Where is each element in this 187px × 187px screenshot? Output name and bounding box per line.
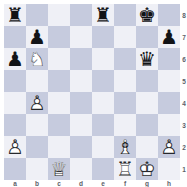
black-king[interactable]: ♚ [136,4,158,26]
square-g8[interactable]: ♚ [136,4,158,26]
square-c8[interactable] [48,4,70,26]
square-a3[interactable] [4,114,26,136]
square-d4[interactable] [70,92,92,114]
square-b2[interactable] [26,136,48,158]
rank-label-3: 3 [181,114,187,136]
square-g4[interactable] [136,92,158,114]
black-pawn-glyph: ♟ [4,48,26,70]
square-f2[interactable]: ♝♗ [114,136,136,158]
square-f4[interactable] [114,92,136,114]
square-f3[interactable] [114,114,136,136]
square-h7[interactable]: ♟ [158,26,180,48]
square-h3[interactable] [158,114,180,136]
rank-label-8: 8 [181,4,187,26]
square-b6[interactable]: ♞♘ [26,48,48,70]
white-knight-outline: ♘ [26,48,48,70]
square-a5[interactable] [4,70,26,92]
square-g5[interactable] [136,70,158,92]
square-c2[interactable] [48,136,70,158]
white-pawn[interactable]: ♟♙ [4,136,26,158]
square-g2[interactable] [136,136,158,158]
square-d7[interactable] [70,26,92,48]
black-queen[interactable]: ♛ [136,48,158,70]
square-d1[interactable] [70,158,92,180]
file-label-f: f [114,180,136,187]
white-knight[interactable]: ♞♘ [26,48,48,70]
square-b3[interactable] [26,114,48,136]
chessboard: ♜♜♚♟♟♟♞♘♛♟♙♟♙♝♗♟♙♛♕♜♖♚♔ [4,4,180,180]
square-h8[interactable] [158,4,180,26]
square-e1[interactable] [92,158,114,180]
square-h4[interactable] [158,92,180,114]
square-g6[interactable]: ♛ [136,48,158,70]
rank-label-6: 6 [181,48,187,70]
file-label-b: b [26,180,48,187]
square-b7[interactable]: ♟ [26,26,48,48]
file-label-g: g [136,180,158,187]
black-pawn[interactable]: ♟ [158,26,180,48]
rank-label-5: 5 [181,70,187,92]
white-rook-outline: ♖ [114,158,136,180]
black-rook[interactable]: ♜ [4,4,26,26]
square-a7[interactable] [4,26,26,48]
square-f7[interactable] [114,26,136,48]
square-d8[interactable] [70,4,92,26]
rank-label-7: 7 [181,26,187,48]
square-c1[interactable]: ♛♕ [48,158,70,180]
square-h1[interactable] [158,158,180,180]
rank-label-2: 2 [181,136,187,158]
black-rook[interactable]: ♜ [92,4,114,26]
black-pawn[interactable]: ♟ [4,48,26,70]
square-d3[interactable] [70,114,92,136]
square-f5[interactable] [114,70,136,92]
square-e2[interactable] [92,136,114,158]
file-label-c: c [48,180,70,187]
square-e5[interactable] [92,70,114,92]
file-label-d: d [70,180,92,187]
white-bishop-outline: ♗ [114,136,136,158]
square-a8[interactable]: ♜ [4,4,26,26]
square-h6[interactable] [158,48,180,70]
square-h5[interactable] [158,70,180,92]
square-d5[interactable] [70,70,92,92]
square-e4[interactable] [92,92,114,114]
square-a4[interactable] [4,92,26,114]
black-rook-glyph: ♜ [4,4,26,26]
square-c7[interactable] [48,26,70,48]
square-g3[interactable] [136,114,158,136]
square-b8[interactable] [26,4,48,26]
file-label-h: h [158,180,180,187]
square-e8[interactable]: ♜ [92,4,114,26]
square-h2[interactable]: ♟♙ [158,136,180,158]
square-c3[interactable] [48,114,70,136]
square-a1[interactable] [4,158,26,180]
square-c4[interactable] [48,92,70,114]
square-g7[interactable] [136,26,158,48]
square-e3[interactable] [92,114,114,136]
black-queen-glyph: ♛ [136,48,158,70]
white-king[interactable]: ♚♔ [136,158,158,180]
black-rook-glyph: ♜ [92,4,114,26]
white-pawn[interactable]: ♟♙ [158,136,180,158]
square-f6[interactable] [114,48,136,70]
white-rook[interactable]: ♜♖ [114,158,136,180]
rank-label-4: 4 [181,92,187,114]
white-king-outline: ♔ [136,158,158,180]
square-f8[interactable] [114,4,136,26]
black-pawn[interactable]: ♟ [26,26,48,48]
white-pawn-outline: ♙ [4,136,26,158]
square-e6[interactable] [92,48,114,70]
white-bishop[interactable]: ♝♗ [114,136,136,158]
rank-label-1: 1 [181,158,187,180]
square-b4[interactable]: ♟♙ [26,92,48,114]
white-pawn-outline: ♙ [26,92,48,114]
square-c6[interactable] [48,48,70,70]
white-pawn[interactable]: ♟♙ [26,92,48,114]
black-pawn-glyph: ♟ [158,26,180,48]
square-g1[interactable]: ♚♔ [136,158,158,180]
file-label-e: e [92,180,114,187]
white-queen-outline: ♕ [48,158,70,180]
white-pawn-outline: ♙ [158,136,180,158]
chess-app-screen: ♜♜♚♟♟♟♞♘♛♟♙♟♙♝♗♟♙♛♕♜♖♚♔ 87654321 abcdefg… [0,0,187,187]
square-d2[interactable] [70,136,92,158]
file-label-a: a [4,180,26,187]
square-b1[interactable] [26,158,48,180]
black-pawn-glyph: ♟ [26,26,48,48]
black-king-glyph: ♚ [136,4,158,26]
white-queen[interactable]: ♛♕ [48,158,70,180]
square-b5[interactable] [26,70,48,92]
square-e7[interactable] [92,26,114,48]
square-f1[interactable]: ♜♖ [114,158,136,180]
square-d6[interactable] [70,48,92,70]
square-a6[interactable]: ♟ [4,48,26,70]
square-a2[interactable]: ♟♙ [4,136,26,158]
square-c5[interactable] [48,70,70,92]
